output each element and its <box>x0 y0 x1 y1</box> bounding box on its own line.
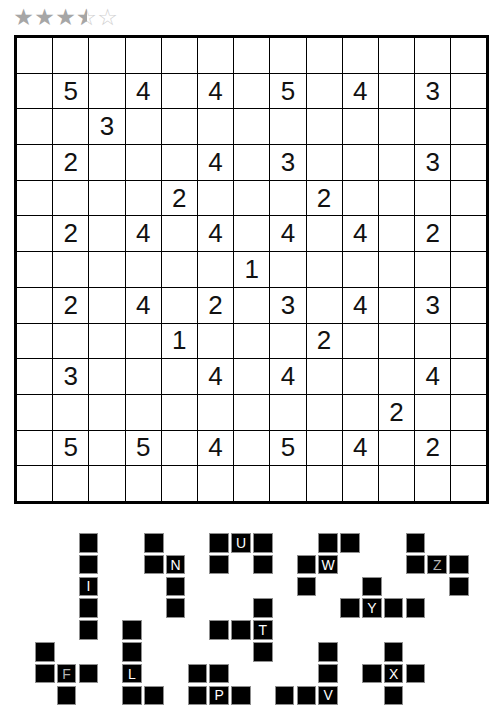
grid-cell[interactable] <box>451 466 486 501</box>
pentomino-f-cell <box>35 664 55 684</box>
pentomino-i-label-cell: I <box>79 577 99 597</box>
grid-cell-clue[interactable]: 5 <box>53 431 88 466</box>
pentomino-x-cell <box>384 642 404 662</box>
pentomino-i-cell <box>79 620 99 640</box>
grid-cell[interactable] <box>234 216 269 251</box>
grid-cell-clue[interactable]: 4 <box>270 216 305 251</box>
pentomino-w-cell <box>340 533 360 553</box>
pentomino-p-cell <box>188 664 208 684</box>
pentomino-u-cell <box>209 533 229 553</box>
pentomino-t-cell <box>231 620 251 640</box>
grid-cell[interactable] <box>307 466 342 501</box>
pentomino-n-cell <box>144 555 164 575</box>
grid-cell-clue[interactable]: 4 <box>415 359 450 394</box>
grid-cell[interactable] <box>415 109 450 144</box>
grid-cell[interactable] <box>126 466 161 501</box>
pentomino-p-cell <box>188 686 208 706</box>
grid-cell[interactable] <box>343 466 378 501</box>
pentomino-t-cell <box>253 642 273 662</box>
pentomino-u-cell <box>253 533 273 553</box>
pentomino-n-label-cell: N <box>166 555 186 575</box>
pentomino-z-cell <box>406 533 426 553</box>
grid-cell[interactable] <box>451 359 486 394</box>
grid-cell-clue[interactable]: 3 <box>415 288 450 323</box>
pentomino-z-cell <box>406 555 426 575</box>
pentomino-p-label-cell: P <box>209 686 229 706</box>
pentomino-t-cell <box>209 620 229 640</box>
pentomino-f-cell <box>35 642 55 662</box>
grid-cell[interactable] <box>343 181 378 216</box>
star-full-icon: ★ <box>55 4 76 30</box>
grid-cell[interactable] <box>89 359 124 394</box>
pentomino-n-cell <box>166 598 186 618</box>
puzzle-grid: 544543324332224444212423431234442554542 <box>14 35 489 504</box>
grid-cell-clue[interactable]: 4 <box>343 288 378 323</box>
grid-cell[interactable] <box>53 38 88 73</box>
grid-cell[interactable] <box>17 395 52 430</box>
pentomino-v-cell <box>318 664 338 684</box>
grid-cell[interactable] <box>379 359 414 394</box>
grid-cell[interactable] <box>53 252 88 287</box>
pentomino-w-cell <box>318 533 338 553</box>
grid-cell[interactable] <box>162 109 197 144</box>
grid-cell[interactable] <box>234 74 269 109</box>
grid-cell[interactable] <box>198 109 233 144</box>
grid-cell[interactable] <box>162 466 197 501</box>
grid-cell[interactable] <box>451 395 486 430</box>
grid-cell[interactable] <box>343 252 378 287</box>
grid-cell[interactable] <box>17 466 52 501</box>
grid-cell-clue[interactable]: 4 <box>198 145 233 180</box>
grid-cell[interactable] <box>307 395 342 430</box>
pentomino-y-cell <box>340 598 360 618</box>
grid-cell[interactable] <box>89 395 124 430</box>
grid-cell-clue[interactable]: 3 <box>270 145 305 180</box>
pentomino-u-cell <box>209 555 229 575</box>
grid-cell[interactable] <box>270 324 305 359</box>
grid-cell[interactable] <box>270 109 305 144</box>
pentomino-l-cell <box>122 642 142 662</box>
pentomino-t-label-cell: T <box>253 620 273 640</box>
pentomino-l-cell <box>144 686 164 706</box>
grid-cell[interactable] <box>379 38 414 73</box>
grid-cell[interactable] <box>270 466 305 501</box>
pentomino-l-cell <box>122 620 142 640</box>
pentomino-n-cell <box>166 577 186 597</box>
star-half-icon: ☆★ <box>76 4 97 30</box>
pentomino-v-cell <box>318 642 338 662</box>
grid-cell[interactable] <box>451 74 486 109</box>
pentomino-t-cell <box>253 598 273 618</box>
pentomino-u-cell <box>253 555 273 575</box>
grid-cell[interactable] <box>343 38 378 73</box>
grid-cell[interactable] <box>307 145 342 180</box>
grid-cell-clue[interactable]: 4 <box>343 216 378 251</box>
grid-cell-clue[interactable]: 2 <box>307 181 342 216</box>
grid-cell[interactable] <box>17 181 52 216</box>
grid-cell[interactable] <box>234 359 269 394</box>
pentomino-v-label-cell: V <box>318 686 338 706</box>
grid-cell[interactable] <box>126 395 161 430</box>
grid-cell[interactable] <box>162 395 197 430</box>
grid-cell[interactable] <box>162 145 197 180</box>
grid-cell[interactable] <box>451 252 486 287</box>
pentomino-i-cell <box>79 533 99 553</box>
grid-cell[interactable] <box>307 252 342 287</box>
grid-cell-clue[interactable]: 5 <box>270 431 305 466</box>
grid-cell[interactable] <box>234 38 269 73</box>
pentomino-l-cell <box>122 686 142 706</box>
grid-cell[interactable] <box>451 38 486 73</box>
grid-cell-clue[interactable]: 4 <box>126 288 161 323</box>
grid-cell[interactable] <box>307 359 342 394</box>
grid-cell[interactable] <box>415 324 450 359</box>
grid-cell[interactable] <box>270 395 305 430</box>
grid-cell[interactable] <box>89 38 124 73</box>
grid-cell[interactable] <box>53 181 88 216</box>
pentomino-f-cell <box>57 686 77 706</box>
grid-cell[interactable] <box>379 466 414 501</box>
grid-cell[interactable] <box>162 288 197 323</box>
grid-cell[interactable] <box>234 395 269 430</box>
grid-cell[interactable] <box>379 431 414 466</box>
pentomino-n-cell <box>144 533 164 553</box>
grid-cell[interactable] <box>89 288 124 323</box>
pentomino-i-cell <box>79 555 99 575</box>
grid-cell[interactable] <box>307 74 342 109</box>
grid-cell[interactable] <box>379 145 414 180</box>
grid-cell[interactable] <box>198 38 233 73</box>
grid-cell[interactable] <box>126 252 161 287</box>
grid-cell-clue[interactable]: 2 <box>162 181 197 216</box>
grid-cell[interactable] <box>343 359 378 394</box>
grid-cell[interactable] <box>343 109 378 144</box>
grid-cell[interactable] <box>234 109 269 144</box>
grid-cell-clue[interactable]: 2 <box>415 431 450 466</box>
grid-cell[interactable] <box>162 216 197 251</box>
pentomino-y-label-cell: Y <box>362 598 382 618</box>
grid-cell[interactable] <box>379 216 414 251</box>
grid-cell[interactable] <box>307 431 342 466</box>
grid-cell[interactable] <box>379 109 414 144</box>
grid-cell-clue[interactable]: 4 <box>270 359 305 394</box>
grid-cell-clue[interactable]: 4 <box>126 74 161 109</box>
grid-cell[interactable] <box>415 252 450 287</box>
grid-cell-clue[interactable]: 4 <box>198 431 233 466</box>
pentomino-i-cell <box>79 598 99 618</box>
grid-cell[interactable] <box>89 324 124 359</box>
grid-cell[interactable] <box>53 466 88 501</box>
grid-cell-clue[interactable]: 5 <box>270 74 305 109</box>
grid-cell-clue[interactable]: 5 <box>126 431 161 466</box>
grid-cell[interactable] <box>307 288 342 323</box>
grid-cell[interactable] <box>126 38 161 73</box>
grid-cell[interactable] <box>17 359 52 394</box>
grid-cell[interactable] <box>89 216 124 251</box>
grid-cell-clue[interactable]: 3 <box>415 74 450 109</box>
pentomino-y-cell <box>406 598 426 618</box>
grid-cell[interactable] <box>198 324 233 359</box>
pentomino-w-cell <box>297 555 317 575</box>
grid-cell[interactable] <box>89 466 124 501</box>
grid-cell[interactable] <box>451 288 486 323</box>
grid-cell[interactable] <box>415 466 450 501</box>
grid-cell[interactable] <box>343 145 378 180</box>
pentomino-y-cell <box>362 577 382 597</box>
grid-cell[interactable] <box>451 181 486 216</box>
grid-cell[interactable] <box>53 395 88 430</box>
grid-cell[interactable] <box>234 466 269 501</box>
grid-cell-clue[interactable]: 1 <box>234 252 269 287</box>
pentomino-bank: INUWZYTLFPVX <box>35 533 471 711</box>
grid-cell-clue[interactable]: 2 <box>379 395 414 430</box>
pentomino-x-cell <box>362 664 382 684</box>
grid-cell[interactable] <box>343 395 378 430</box>
grid-cell-clue[interactable]: 5 <box>53 74 88 109</box>
grid-cell[interactable] <box>162 38 197 73</box>
grid-cell[interactable] <box>415 395 450 430</box>
grid-cell-clue[interactable]: 4 <box>343 74 378 109</box>
pentomino-z-cell <box>449 577 469 597</box>
grid-cell[interactable] <box>126 359 161 394</box>
grid-cell[interactable] <box>53 109 88 144</box>
grid-cell-clue[interactable]: 2 <box>415 216 450 251</box>
grid-cell[interactable] <box>17 324 52 359</box>
pentomino-u-label-cell: U <box>231 533 251 553</box>
grid-cell-clue[interactable]: 3 <box>415 145 450 180</box>
grid-cell[interactable] <box>379 324 414 359</box>
grid-cell[interactable] <box>415 38 450 73</box>
difficulty-rating: ★★★☆★☆ <box>13 4 118 30</box>
grid-cell[interactable] <box>17 252 52 287</box>
grid-cell[interactable] <box>162 359 197 394</box>
grid-cell[interactable] <box>343 324 378 359</box>
grid-cell[interactable] <box>234 288 269 323</box>
grid-cell-clue[interactable]: 4 <box>343 431 378 466</box>
grid-cell[interactable] <box>270 38 305 73</box>
pentomino-f-label-cell: F <box>57 664 77 684</box>
grid-cell[interactable] <box>379 181 414 216</box>
pentomino-l-label-cell: L <box>122 664 142 684</box>
grid-cell[interactable] <box>126 181 161 216</box>
grid-cell[interactable] <box>17 431 52 466</box>
grid-cell-clue[interactable]: 2 <box>53 288 88 323</box>
pentomino-w-cell <box>297 577 317 597</box>
grid-cell[interactable] <box>379 288 414 323</box>
pentomino-x-label-cell: X <box>384 664 404 684</box>
star-filled-part: ★ <box>76 4 87 30</box>
grid-cell[interactable] <box>198 466 233 501</box>
grid-cell[interactable] <box>17 38 52 73</box>
star-empty-icon: ☆ <box>97 4 118 30</box>
grid-cell[interactable] <box>451 145 486 180</box>
grid-cell-clue[interactable]: 2 <box>198 288 233 323</box>
grid-cell[interactable] <box>234 431 269 466</box>
grid-cell-clue[interactable]: 4 <box>198 74 233 109</box>
pentomino-f-cell <box>79 664 99 684</box>
grid-cell[interactable] <box>307 216 342 251</box>
grid-cell[interactable] <box>89 181 124 216</box>
pentomino-v-cell <box>297 686 317 706</box>
pentomino-z-cell <box>449 555 469 575</box>
grid-cell[interactable] <box>451 324 486 359</box>
grid-cell[interactable] <box>379 74 414 109</box>
grid-cell-clue[interactable]: 2 <box>307 324 342 359</box>
grid-cell[interactable] <box>89 145 124 180</box>
grid-cell[interactable] <box>89 252 124 287</box>
grid-cell[interactable] <box>126 324 161 359</box>
grid-cell[interactable] <box>162 252 197 287</box>
grid-cell[interactable] <box>17 288 52 323</box>
grid-cell[interactable] <box>198 252 233 287</box>
pentomino-w-label-cell: W <box>318 555 338 575</box>
grid-cell-clue[interactable]: 2 <box>53 216 88 251</box>
pentomino-v-cell <box>275 686 295 706</box>
grid-cell[interactable] <box>451 431 486 466</box>
grid-cell-clue[interactable]: 3 <box>270 288 305 323</box>
star-full-icon: ★ <box>34 4 55 30</box>
grid-cell-clue[interactable]: 2 <box>53 145 88 180</box>
grid-cell[interactable] <box>451 109 486 144</box>
grid-cell[interactable] <box>234 181 269 216</box>
grid-cell[interactable] <box>89 431 124 466</box>
grid-cell[interactable] <box>198 395 233 430</box>
grid-cell[interactable] <box>234 324 269 359</box>
grid-cell-clue[interactable]: 4 <box>198 216 233 251</box>
pentomino-z-label-cell: Z <box>427 555 447 575</box>
grid-cell[interactable] <box>89 74 124 109</box>
pentomino-x-cell <box>384 686 404 706</box>
grid-cell[interactable] <box>234 145 269 180</box>
grid-cell[interactable] <box>162 431 197 466</box>
grid-cell[interactable] <box>307 38 342 73</box>
grid-cell[interactable] <box>198 181 233 216</box>
grid-cell[interactable] <box>379 252 414 287</box>
grid-cell-clue[interactable]: 4 <box>198 359 233 394</box>
grid-cell[interactable] <box>17 74 52 109</box>
grid-cell-clue[interactable]: 3 <box>53 359 88 394</box>
pentomino-y-cell <box>384 598 404 618</box>
pentomino-p-cell <box>231 686 251 706</box>
grid-cell[interactable] <box>270 252 305 287</box>
grid-cell[interactable] <box>126 145 161 180</box>
grid-cell[interactable] <box>17 145 52 180</box>
grid-cell[interactable] <box>17 109 52 144</box>
grid-cell[interactable] <box>126 109 161 144</box>
grid-cell[interactable] <box>307 109 342 144</box>
star-full-icon: ★ <box>13 4 34 30</box>
pentomino-p-cell <box>209 664 229 684</box>
grid-cell[interactable] <box>270 181 305 216</box>
grid-cell[interactable] <box>451 216 486 251</box>
pentomino-x-cell <box>406 664 426 684</box>
grid-cell-clue[interactable]: 1 <box>162 324 197 359</box>
grid-cell[interactable] <box>415 181 450 216</box>
grid-cell-clue[interactable]: 3 <box>89 109 124 144</box>
grid-cell[interactable] <box>162 74 197 109</box>
grid-cell[interactable] <box>53 324 88 359</box>
grid-cell[interactable] <box>17 216 52 251</box>
grid-cell-clue[interactable]: 4 <box>126 216 161 251</box>
